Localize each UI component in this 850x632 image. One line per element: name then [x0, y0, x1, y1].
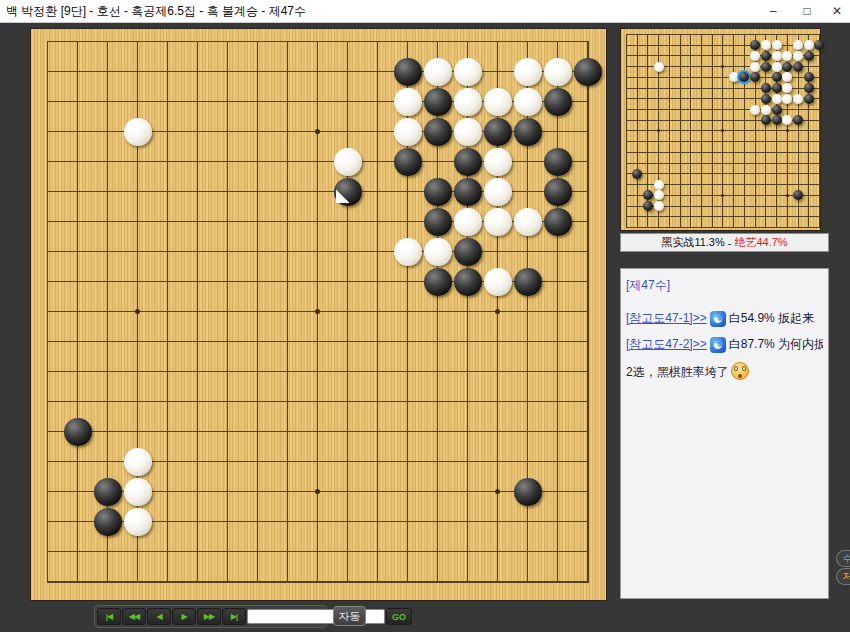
- black-stone: [514, 268, 542, 296]
- white-stone: [654, 180, 664, 190]
- white-stone: [394, 118, 422, 146]
- black-stone: [772, 115, 782, 125]
- white-stone: [654, 62, 664, 72]
- white-stone: [772, 94, 782, 104]
- star-point: [315, 309, 320, 314]
- white-stone: [424, 238, 452, 266]
- black-stone: [793, 62, 803, 72]
- winrate-status-bar: 黑实战11.3% - 绝艺44.7%: [620, 233, 829, 252]
- black-stone: [544, 208, 572, 236]
- black-stone: [454, 268, 482, 296]
- black-stone: [454, 148, 482, 176]
- nav-toolbar: |◀ ◀◀ ◀ ▶ ▶▶ ▶| GO: [94, 605, 327, 628]
- variation-text-1: 白54.9% 扳起来: [729, 310, 814, 327]
- black-stone: [761, 94, 771, 104]
- star-point: [315, 129, 320, 134]
- black-stone: [544, 148, 572, 176]
- star-point: [495, 309, 500, 314]
- white-stone: [514, 88, 542, 116]
- minimize-button[interactable]: –: [756, 0, 790, 22]
- white-stone: [484, 148, 512, 176]
- black-stone: [394, 58, 422, 86]
- window-title: 백 박정환 [9단] - 호선 - 흑공제6.5집 - 흑 불계승 - 제47수: [0, 3, 306, 20]
- last-move-triangle-marker: [336, 189, 350, 203]
- black-actual-winrate: 黑实战11.3%: [661, 235, 724, 250]
- fineart-winrate: 绝艺44.7%: [734, 235, 787, 250]
- black-stone: [94, 508, 122, 536]
- variation-row: [참고도47-2]>> ☯ 白87.7% 为何内扳是: [626, 336, 823, 353]
- black-stone: [484, 118, 512, 146]
- black-stone: [64, 418, 92, 446]
- black-stone: [424, 118, 452, 146]
- white-stone: [772, 51, 782, 61]
- black-stone: [544, 178, 572, 206]
- fineart-logo-icon: ☯: [710, 337, 726, 353]
- forward-button[interactable]: ▶: [172, 608, 196, 625]
- black-stone: [574, 58, 602, 86]
- white-stone: [804, 40, 814, 50]
- go-button[interactable]: GO: [386, 608, 412, 625]
- white-stone: [484, 178, 512, 206]
- move-number-header: [제47수]: [626, 277, 823, 294]
- winrate-separator: -: [728, 237, 732, 249]
- white-stone: [124, 478, 152, 506]
- white-stone: [454, 118, 482, 146]
- white-stone: [484, 268, 512, 296]
- black-stone: [782, 62, 792, 72]
- back-button[interactable]: ◀: [147, 608, 171, 625]
- last-move-button[interactable]: ▶|: [222, 608, 246, 625]
- black-stone: [334, 178, 362, 206]
- title-bar: 백 박정환 [9단] - 호선 - 흑공제6.5집 - 흑 불계승 - 제47수…: [0, 0, 850, 23]
- white-stone: [772, 62, 782, 72]
- star-point: [315, 489, 320, 494]
- ref-diagram-link-1[interactable]: [참고도47-1]>>: [626, 310, 707, 327]
- white-stone: [544, 58, 572, 86]
- first-move-button[interactable]: |◀: [97, 608, 121, 625]
- variation-row: [참고도47-1]>> ☯ 白54.9% 扳起来: [626, 310, 823, 327]
- main-go-board[interactable]: [30, 28, 607, 601]
- analysis-go-board[interactable]: [620, 28, 821, 231]
- black-stone: [772, 72, 782, 82]
- black-stone: [643, 201, 653, 211]
- white-stone: [772, 40, 782, 50]
- white-stone: [793, 51, 803, 61]
- black-stone: [424, 268, 452, 296]
- white-stone: [654, 201, 664, 211]
- comment-panel: [제47수] [참고도47-1]>> ☯ 白54.9% 扳起来 [참고도47-2…: [620, 268, 829, 599]
- black-stone: [454, 178, 482, 206]
- black-stone: [804, 94, 814, 104]
- comment-continuation: 2选，黑棋胜率垮了: [626, 362, 823, 381]
- white-stone: [750, 62, 760, 72]
- white-stone: [424, 58, 452, 86]
- black-stone: [544, 88, 572, 116]
- astonished-emoji: [731, 362, 749, 380]
- black-stone: [424, 208, 452, 236]
- side-tool-button-1[interactable]: 수: [836, 550, 850, 567]
- white-stone: [124, 448, 152, 476]
- white-stone: [124, 118, 152, 146]
- fineart-logo-icon: ☯: [710, 311, 726, 327]
- black-stone: [454, 238, 482, 266]
- black-stone: [394, 148, 422, 176]
- white-stone: [484, 88, 512, 116]
- star-point: [495, 489, 500, 494]
- close-button[interactable]: ✕: [824, 0, 850, 22]
- star-point: [786, 194, 789, 197]
- white-stone: [394, 88, 422, 116]
- black-stone: [772, 83, 782, 93]
- white-stone: [124, 508, 152, 536]
- white-stone: [334, 148, 362, 176]
- white-stone: [761, 105, 771, 115]
- white-stone: [793, 94, 803, 104]
- black-stone: [772, 105, 782, 115]
- black-stone: [94, 478, 122, 506]
- fast-back-button[interactable]: ◀◀: [122, 608, 146, 625]
- black-stone: [424, 178, 452, 206]
- white-stone: [750, 51, 760, 61]
- black-stone: [514, 478, 542, 506]
- white-stone: [454, 88, 482, 116]
- side-tool-button-2[interactable]: 저: [836, 568, 850, 585]
- white-stone: [654, 190, 664, 200]
- fast-forward-button[interactable]: ▶▶: [197, 608, 221, 625]
- auto-play-button[interactable]: 자동: [333, 606, 366, 626]
- white-stone: [750, 105, 760, 115]
- black-stone: [761, 51, 771, 61]
- variation-text-2: 白87.7% 为何内扳是: [729, 336, 823, 353]
- white-stone: [484, 208, 512, 236]
- black-stone: [804, 51, 814, 61]
- maximize-button[interactable]: □: [790, 0, 824, 22]
- star-point: [135, 309, 140, 314]
- window-controls: – □ ✕: [756, 0, 850, 22]
- black-stone: [804, 83, 814, 93]
- continuation-text: 2选，黑棋胜率垮了: [626, 365, 729, 379]
- black-stone: [761, 62, 771, 72]
- black-stone: [814, 40, 824, 50]
- black-stone: [514, 118, 542, 146]
- black-stone: [761, 83, 771, 93]
- white-stone: [454, 208, 482, 236]
- white-stone: [514, 208, 542, 236]
- white-stone: [454, 58, 482, 86]
- ref-diagram-link-2[interactable]: [참고도47-2]>>: [626, 336, 707, 353]
- black-stone: [424, 88, 452, 116]
- app-window: 백 박정환 [9단] - 호선 - 흑공제6.5집 - 흑 불계승 - 제47수…: [0, 0, 850, 632]
- white-stone: [514, 58, 542, 86]
- white-stone: [394, 238, 422, 266]
